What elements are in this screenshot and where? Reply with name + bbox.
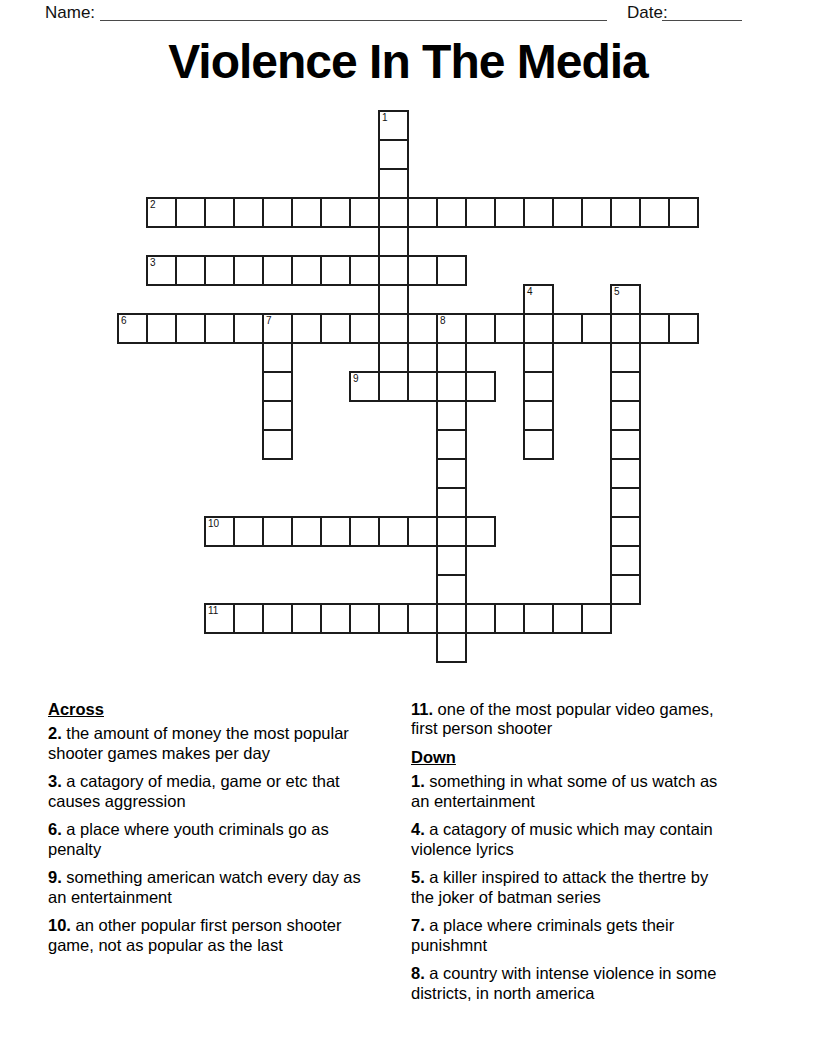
crossword-cell[interactable] bbox=[262, 371, 293, 402]
crossword-cell[interactable] bbox=[639, 313, 670, 344]
clue-number: 7 bbox=[266, 315, 272, 327]
clue-down-1: 1. something in what some of us watch as… bbox=[411, 772, 726, 811]
crossword-cell[interactable] bbox=[407, 516, 438, 547]
crossword-cell[interactable] bbox=[291, 313, 322, 344]
crossword-cell[interactable] bbox=[262, 342, 293, 373]
crossword-cell[interactable] bbox=[320, 603, 351, 634]
puzzle-title: Violence In The Media bbox=[0, 34, 816, 89]
clue-number: 9 bbox=[353, 373, 359, 385]
clue-number: 4 bbox=[527, 286, 533, 298]
crossword-cell[interactable] bbox=[233, 313, 264, 344]
crossword-cell[interactable] bbox=[436, 400, 467, 431]
crossword-cell[interactable] bbox=[407, 371, 438, 402]
crossword-cell[interactable] bbox=[668, 313, 699, 344]
crossword-cell[interactable]: 11 bbox=[204, 603, 235, 634]
clue-number-label: 7. bbox=[411, 916, 425, 934]
crossword-cell[interactable] bbox=[610, 342, 641, 373]
crossword-cell[interactable]: 5 bbox=[610, 284, 641, 315]
crossword-cell[interactable] bbox=[262, 197, 293, 228]
crossword-cell[interactable] bbox=[233, 255, 264, 286]
crossword-cell[interactable] bbox=[291, 197, 322, 228]
crossword-cell[interactable] bbox=[552, 313, 583, 344]
clue-text: something american watch every day as an… bbox=[48, 868, 361, 905]
crossword-cell[interactable] bbox=[378, 168, 409, 199]
crossword-cell[interactable] bbox=[436, 429, 467, 460]
clue-number-label: 11. bbox=[411, 700, 433, 718]
crossword-cell[interactable] bbox=[407, 313, 438, 344]
crossword-cell[interactable] bbox=[407, 197, 438, 228]
crossword-cell[interactable] bbox=[407, 255, 438, 286]
crossword-cell[interactable] bbox=[523, 313, 554, 344]
name-label: Name: bbox=[45, 3, 95, 23]
crossword-cell[interactable] bbox=[349, 255, 380, 286]
clue-across-2: 2. the amount of money the most popular … bbox=[48, 724, 368, 763]
crossword-cell[interactable] bbox=[523, 603, 554, 634]
clue-number: 11 bbox=[208, 605, 218, 617]
crossword-cell[interactable] bbox=[494, 603, 525, 634]
clue-number-label: 9. bbox=[48, 868, 62, 886]
clue-number-label: 1. bbox=[411, 772, 425, 790]
crossword-cell[interactable] bbox=[204, 197, 235, 228]
crossword-cell[interactable] bbox=[262, 255, 293, 286]
clue-number-label: 10. bbox=[48, 916, 71, 934]
date-input-line[interactable] bbox=[662, 2, 742, 21]
crossword-cell[interactable] bbox=[204, 255, 235, 286]
crossword-cell[interactable] bbox=[320, 516, 351, 547]
crossword-cell[interactable]: 8 bbox=[436, 313, 467, 344]
crossword-cell[interactable] bbox=[465, 313, 496, 344]
crossword-cell[interactable] bbox=[204, 313, 235, 344]
crossword-cell[interactable] bbox=[523, 371, 554, 402]
clue-number: 8 bbox=[440, 315, 446, 327]
crossword-cell[interactable] bbox=[581, 313, 612, 344]
crossword-cell[interactable] bbox=[378, 226, 409, 257]
clue-number-label: 8. bbox=[411, 964, 425, 982]
crossword-cell[interactable] bbox=[378, 603, 409, 634]
crossword-cell[interactable] bbox=[175, 255, 206, 286]
clue-number-label: 4. bbox=[411, 820, 425, 838]
crossword-cell[interactable] bbox=[349, 197, 380, 228]
clue-number: 1 bbox=[382, 112, 388, 124]
crossword-cell[interactable]: 1 bbox=[378, 110, 409, 141]
clue-text: something in what some of us watch as an… bbox=[411, 772, 717, 809]
crossword-cell[interactable] bbox=[465, 371, 496, 402]
clue-across-10: 10. an other popular first person shoote… bbox=[48, 916, 368, 955]
crossword-cell[interactable] bbox=[552, 603, 583, 634]
crossword-cell[interactable] bbox=[494, 313, 525, 344]
crossword-cell[interactable] bbox=[610, 545, 641, 576]
crossword-cell[interactable] bbox=[436, 632, 467, 663]
crossword-cell[interactable] bbox=[175, 313, 206, 344]
crossword-cell[interactable] bbox=[436, 574, 467, 605]
crossword-cell[interactable] bbox=[436, 342, 467, 373]
crossword-cell[interactable] bbox=[494, 197, 525, 228]
crossword-cell[interactable] bbox=[610, 429, 641, 460]
crossword-cell[interactable]: 7 bbox=[262, 313, 293, 344]
crossword-cell[interactable] bbox=[436, 255, 467, 286]
clue-down-8: 8. a country with intense violence in so… bbox=[411, 964, 726, 1003]
clue-across-11: 11. one of the most popular video games,… bbox=[411, 700, 726, 739]
crossword-cell[interactable] bbox=[262, 603, 293, 634]
crossword-cell[interactable] bbox=[523, 400, 554, 431]
clue-text: a place where youth criminals go as pena… bbox=[48, 820, 329, 857]
clue-across-6: 6. a place where youth criminals go as p… bbox=[48, 820, 368, 859]
clue-number: 2 bbox=[150, 199, 156, 211]
crossword-cell[interactable] bbox=[610, 371, 641, 402]
clue-number-label: 6. bbox=[48, 820, 62, 838]
crossword-cell[interactable]: 3 bbox=[146, 255, 177, 286]
crossword-cell[interactable] bbox=[436, 458, 467, 489]
crossword-cell[interactable] bbox=[378, 284, 409, 315]
clue-number-label: 2. bbox=[48, 724, 62, 742]
crossword-cell[interactable] bbox=[639, 197, 670, 228]
clue-number: 3 bbox=[150, 257, 156, 269]
clue-down-7: 7. a place where criminals gets their pu… bbox=[411, 916, 726, 955]
crossword-cell[interactable] bbox=[233, 197, 264, 228]
clue-text: a catagory of media, game or etc that ca… bbox=[48, 772, 340, 809]
across-heading: Across bbox=[48, 700, 368, 719]
crossword-cell[interactable] bbox=[291, 603, 322, 634]
clue-number-label: 5. bbox=[411, 868, 425, 886]
clue-number: 5 bbox=[614, 286, 620, 298]
crossword-cell[interactable] bbox=[436, 487, 467, 518]
clue-text: a killer inspired to attack the thertre … bbox=[411, 868, 708, 905]
crossword-cell[interactable] bbox=[291, 516, 322, 547]
crossword-cell[interactable] bbox=[233, 603, 264, 634]
crossword-cell[interactable] bbox=[378, 197, 409, 228]
clue-text: an other popular first person shooter ga… bbox=[48, 916, 342, 953]
crossword-cell[interactable] bbox=[610, 516, 641, 547]
crossword-cell[interactable]: 6 bbox=[117, 313, 148, 344]
crossword-cell[interactable] bbox=[610, 313, 641, 344]
crossword-cell[interactable] bbox=[581, 603, 612, 634]
clue-text: a place where criminals gets their punis… bbox=[411, 916, 674, 953]
clue-down-4: 4. a catagory of music which may contain… bbox=[411, 820, 726, 859]
crossword-cell[interactable] bbox=[523, 429, 554, 460]
name-input-line[interactable] bbox=[100, 2, 607, 21]
crossword-cell[interactable] bbox=[523, 342, 554, 373]
crossword-cell[interactable] bbox=[465, 516, 496, 547]
crossword-cell[interactable]: 4 bbox=[523, 284, 554, 315]
crossword-cell[interactable] bbox=[320, 197, 351, 228]
crossword-cell[interactable] bbox=[233, 516, 264, 547]
crossword-cell[interactable] bbox=[436, 197, 467, 228]
crossword-cell[interactable] bbox=[465, 603, 496, 634]
crossword-cell[interactable]: 9 bbox=[349, 371, 380, 402]
crossword-cell[interactable] bbox=[436, 371, 467, 402]
clue-text: a catagory of music which may contain vi… bbox=[411, 820, 713, 857]
crossword-cell[interactable] bbox=[552, 197, 583, 228]
crossword-cell[interactable] bbox=[668, 197, 699, 228]
crossword-cell[interactable] bbox=[610, 197, 641, 228]
crossword-cell[interactable] bbox=[378, 371, 409, 402]
crossword-cell[interactable] bbox=[146, 313, 177, 344]
clue-number: 10 bbox=[208, 518, 219, 530]
crossword-cell[interactable]: 10 bbox=[204, 516, 235, 547]
crossword-cell[interactable] bbox=[175, 197, 206, 228]
crossword-cell[interactable] bbox=[349, 313, 380, 344]
crossword-cell[interactable] bbox=[610, 487, 641, 518]
clue-down-5: 5. a killer inspired to attack the thert… bbox=[411, 868, 726, 907]
crossword-cell[interactable] bbox=[436, 516, 467, 547]
crossword-cell[interactable] bbox=[581, 197, 612, 228]
crossword-cell[interactable] bbox=[320, 255, 351, 286]
clue-across-9: 9. something american watch every day as… bbox=[48, 868, 368, 907]
crossword-cell[interactable] bbox=[523, 197, 554, 228]
crossword-cell[interactable] bbox=[436, 603, 467, 634]
down-heading: Down bbox=[411, 748, 726, 767]
crossword-cell[interactable] bbox=[465, 197, 496, 228]
crossword-cell[interactable] bbox=[349, 603, 380, 634]
clue-text: the amount of money the most popular sho… bbox=[48, 724, 349, 761]
crossword-cell[interactable] bbox=[291, 255, 322, 286]
clue-text: one of the most popular video games, fir… bbox=[411, 700, 714, 737]
crossword-cell[interactable] bbox=[436, 545, 467, 576]
clues-left-column: Across2. the amount of money the most po… bbox=[48, 700, 368, 964]
crossword-cell[interactable] bbox=[610, 400, 641, 431]
crossword-cell[interactable] bbox=[349, 516, 380, 547]
clue-number: 6 bbox=[121, 315, 127, 327]
crossword-cell[interactable] bbox=[378, 255, 409, 286]
crossword-cell[interactable] bbox=[378, 342, 409, 373]
crossword-cell[interactable] bbox=[262, 400, 293, 431]
crossword-cell[interactable] bbox=[610, 574, 641, 605]
crossword-cell[interactable] bbox=[378, 313, 409, 344]
crossword-cell[interactable]: 2 bbox=[146, 197, 177, 228]
crossword-cell[interactable] bbox=[610, 458, 641, 489]
crossword-cell[interactable] bbox=[407, 603, 438, 634]
clue-across-3: 3. a catagory of media, game or etc that… bbox=[48, 772, 368, 811]
clues-right-column: 11. one of the most popular video games,… bbox=[411, 700, 726, 1012]
crossword-cell[interactable] bbox=[262, 516, 293, 547]
crossword-grid: 1234567891011 bbox=[117, 110, 699, 663]
clue-text: a country with intense violence in some … bbox=[411, 964, 716, 1001]
clue-number-label: 3. bbox=[48, 772, 62, 790]
crossword-cell[interactable] bbox=[262, 429, 293, 460]
crossword-cell[interactable] bbox=[320, 313, 351, 344]
crossword-cell[interactable] bbox=[378, 516, 409, 547]
crossword-cell[interactable] bbox=[378, 139, 409, 170]
